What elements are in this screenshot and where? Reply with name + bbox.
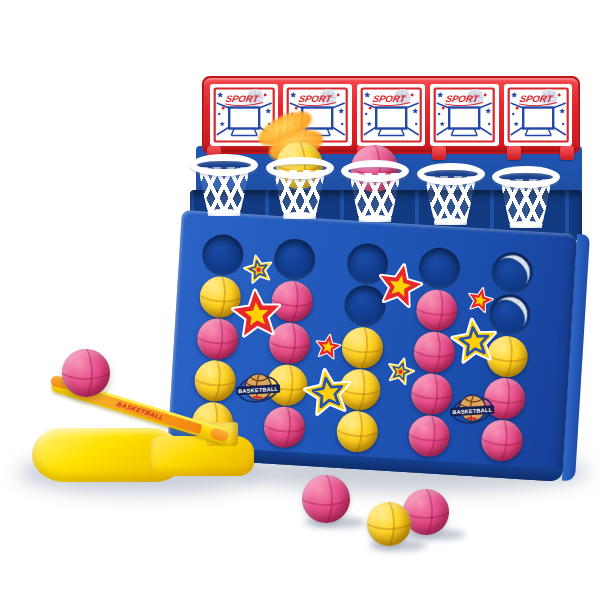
hoop-rim — [266, 157, 334, 179]
sport-logo-text: SPORT — [372, 93, 408, 104]
toy-basketball-connect-four-scene: SPORT SPORT — [0, 0, 600, 600]
yellow-star-decal — [296, 361, 360, 425]
hoop-2 — [266, 157, 334, 223]
launcher-sticker-text: BASKETBALL — [116, 400, 166, 421]
backboard-target — [449, 108, 479, 129]
banner-clip — [560, 146, 574, 160]
hoop-rim — [417, 163, 485, 185]
hoop-5 — [492, 166, 560, 232]
hoop-rim — [341, 160, 409, 182]
backboard-target — [376, 108, 406, 129]
banner-clip — [432, 146, 446, 160]
launcher-ball-pink — [62, 349, 110, 397]
banner-clip — [507, 146, 521, 160]
hoop-4 — [417, 163, 485, 229]
backboard-graphic: SPORT — [430, 84, 498, 146]
backboard-panel-3: SPORT — [357, 84, 425, 146]
grid-ball-pink — [408, 414, 451, 457]
backboard-graphic: SPORT — [504, 84, 572, 146]
grid-ball-pink — [263, 405, 306, 448]
sport-logo-text: SPORT — [518, 93, 554, 104]
loose-ball-yellow — [367, 502, 411, 546]
grid-ball-yellow — [193, 359, 236, 402]
backboard-target — [523, 108, 553, 129]
sport-logo-text: SPORT — [298, 93, 334, 104]
red-star-decal — [369, 256, 430, 317]
basketball-logo-decal: BASKETBALL — [235, 369, 281, 412]
loose-ball-pink — [302, 475, 350, 523]
backboard-target — [229, 108, 259, 129]
yellow-star-decal — [445, 312, 505, 372]
launcher-base — [150, 436, 254, 476]
backboard-graphic: SPORT — [357, 84, 425, 146]
hoop-rim — [492, 166, 560, 188]
grid-ball-pink — [410, 372, 453, 415]
hoop-1 — [190, 154, 258, 220]
sport-logo-text: SPORT — [225, 93, 261, 104]
red-star-decal — [226, 284, 288, 346]
backboard-panel-4: SPORT — [430, 84, 498, 146]
sport-logo-text: SPORT — [445, 93, 481, 104]
basketball-logo-decal: BASKETBALL — [449, 390, 495, 433]
grid-hole — [273, 237, 316, 280]
grid-hole — [201, 233, 244, 276]
backboard-panel-5: SPORT — [504, 84, 572, 146]
hoop-3 — [341, 160, 409, 226]
hoop-rim — [190, 154, 258, 176]
red-star-decal — [311, 330, 346, 365]
grid-hole — [490, 251, 533, 294]
